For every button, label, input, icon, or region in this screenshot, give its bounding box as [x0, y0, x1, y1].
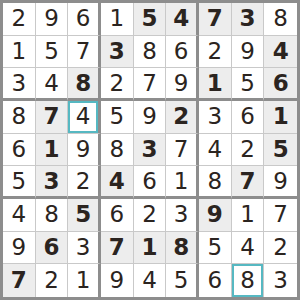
cell-r8c9[interactable]: 2: [264, 232, 297, 265]
cell-r7c5[interactable]: 2: [134, 199, 167, 232]
cell-r2c5[interactable]: 8: [134, 36, 167, 69]
cell-r1c5[interactable]: 5: [134, 3, 167, 36]
cell-r1c3[interactable]: 6: [68, 3, 101, 36]
cell-r1c7[interactable]: 7: [199, 3, 232, 36]
cell-r6c2[interactable]: 3: [36, 166, 69, 199]
cell-r5c1[interactable]: 6: [3, 134, 36, 167]
cell-r6c7[interactable]: 8: [199, 166, 232, 199]
cell-r2c6[interactable]: 6: [166, 36, 199, 69]
cell-r4c3[interactable]: 4: [68, 101, 101, 134]
cell-r9c4[interactable]: 9: [101, 264, 134, 297]
cell-r7c2[interactable]: 8: [36, 199, 69, 232]
cell-r4c1[interactable]: 8: [3, 101, 36, 134]
sudoku-board: 2961547381573862943482791568745923616198…: [0, 0, 300, 300]
cell-r8c7[interactable]: 5: [199, 232, 232, 265]
cell-r1c6[interactable]: 4: [166, 3, 199, 36]
cell-r5c6[interactable]: 7: [166, 134, 199, 167]
cell-r3c4[interactable]: 2: [101, 68, 134, 101]
cell-r1c4[interactable]: 1: [101, 3, 134, 36]
cell-r6c9[interactable]: 9: [264, 166, 297, 199]
cell-r8c5[interactable]: 1: [134, 232, 167, 265]
cell-r9c1[interactable]: 7: [3, 264, 36, 297]
cell-r8c1[interactable]: 9: [3, 232, 36, 265]
cell-r4c5[interactable]: 9: [134, 101, 167, 134]
cell-r5c5[interactable]: 3: [134, 134, 167, 167]
cell-r5c2[interactable]: 1: [36, 134, 69, 167]
cell-r4c9[interactable]: 1: [264, 101, 297, 134]
cell-r9c7[interactable]: 6: [199, 264, 232, 297]
cell-r4c8[interactable]: 6: [232, 101, 265, 134]
cell-r6c6[interactable]: 1: [166, 166, 199, 199]
cell-r4c2[interactable]: 7: [36, 101, 69, 134]
cell-r5c3[interactable]: 9: [68, 134, 101, 167]
cell-r2c4[interactable]: 3: [101, 36, 134, 69]
cell-r3c8[interactable]: 5: [232, 68, 265, 101]
cell-r2c3[interactable]: 7: [68, 36, 101, 69]
cell-r6c1[interactable]: 5: [3, 166, 36, 199]
cell-r6c5[interactable]: 6: [134, 166, 167, 199]
cell-r5c8[interactable]: 2: [232, 134, 265, 167]
cell-r4c6[interactable]: 2: [166, 101, 199, 134]
cell-r7c8[interactable]: 1: [232, 199, 265, 232]
cell-r5c9[interactable]: 5: [264, 134, 297, 167]
cell-r2c1[interactable]: 1: [3, 36, 36, 69]
cell-r9c9[interactable]: 3: [264, 264, 297, 297]
cell-r9c8[interactable]: 8: [232, 264, 265, 297]
cell-r3c9[interactable]: 6: [264, 68, 297, 101]
cell-r3c5[interactable]: 7: [134, 68, 167, 101]
cell-r2c8[interactable]: 9: [232, 36, 265, 69]
cell-r9c3[interactable]: 1: [68, 264, 101, 297]
cell-r4c7[interactable]: 3: [199, 101, 232, 134]
cell-r7c7[interactable]: 9: [199, 199, 232, 232]
cell-r1c8[interactable]: 3: [232, 3, 265, 36]
cell-r1c9[interactable]: 8: [264, 3, 297, 36]
cell-r6c8[interactable]: 7: [232, 166, 265, 199]
cell-r8c3[interactable]: 3: [68, 232, 101, 265]
cell-r2c9[interactable]: 4: [264, 36, 297, 69]
cell-r3c3[interactable]: 8: [68, 68, 101, 101]
cell-r9c6[interactable]: 5: [166, 264, 199, 297]
cell-r3c1[interactable]: 3: [3, 68, 36, 101]
cell-r9c2[interactable]: 2: [36, 264, 69, 297]
cell-r6c3[interactable]: 2: [68, 166, 101, 199]
cell-r9c5[interactable]: 4: [134, 264, 167, 297]
cell-r7c3[interactable]: 5: [68, 199, 101, 232]
cell-r5c7[interactable]: 4: [199, 134, 232, 167]
cell-r5c4[interactable]: 8: [101, 134, 134, 167]
cell-r3c7[interactable]: 1: [199, 68, 232, 101]
cell-r1c2[interactable]: 9: [36, 3, 69, 36]
cell-r7c9[interactable]: 7: [264, 199, 297, 232]
cell-r8c8[interactable]: 4: [232, 232, 265, 265]
cell-r7c6[interactable]: 3: [166, 199, 199, 232]
cell-r7c4[interactable]: 6: [101, 199, 134, 232]
cell-r3c2[interactable]: 4: [36, 68, 69, 101]
cell-r7c1[interactable]: 4: [3, 199, 36, 232]
cell-r8c2[interactable]: 6: [36, 232, 69, 265]
cell-r8c6[interactable]: 8: [166, 232, 199, 265]
cell-r2c2[interactable]: 5: [36, 36, 69, 69]
cell-r3c6[interactable]: 9: [166, 68, 199, 101]
cell-r8c4[interactable]: 7: [101, 232, 134, 265]
cell-r1c1[interactable]: 2: [3, 3, 36, 36]
cell-r2c7[interactable]: 2: [199, 36, 232, 69]
cell-r6c4[interactable]: 4: [101, 166, 134, 199]
cell-r4c4[interactable]: 5: [101, 101, 134, 134]
